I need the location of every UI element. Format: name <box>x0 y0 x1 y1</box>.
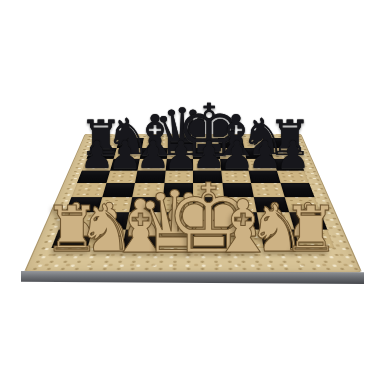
white-rook-h1[interactable]: ♜ <box>283 198 340 261</box>
product-photo-stage: ♜♞♝♛♚♝♞♜♟♟♟♟♟♟♟♟♟♟♟♟♟♟♟♟♜♞♝♛♚♝♞♜ <box>0 0 380 380</box>
black-pawn-h7[interactable]: ♟ <box>276 135 310 173</box>
